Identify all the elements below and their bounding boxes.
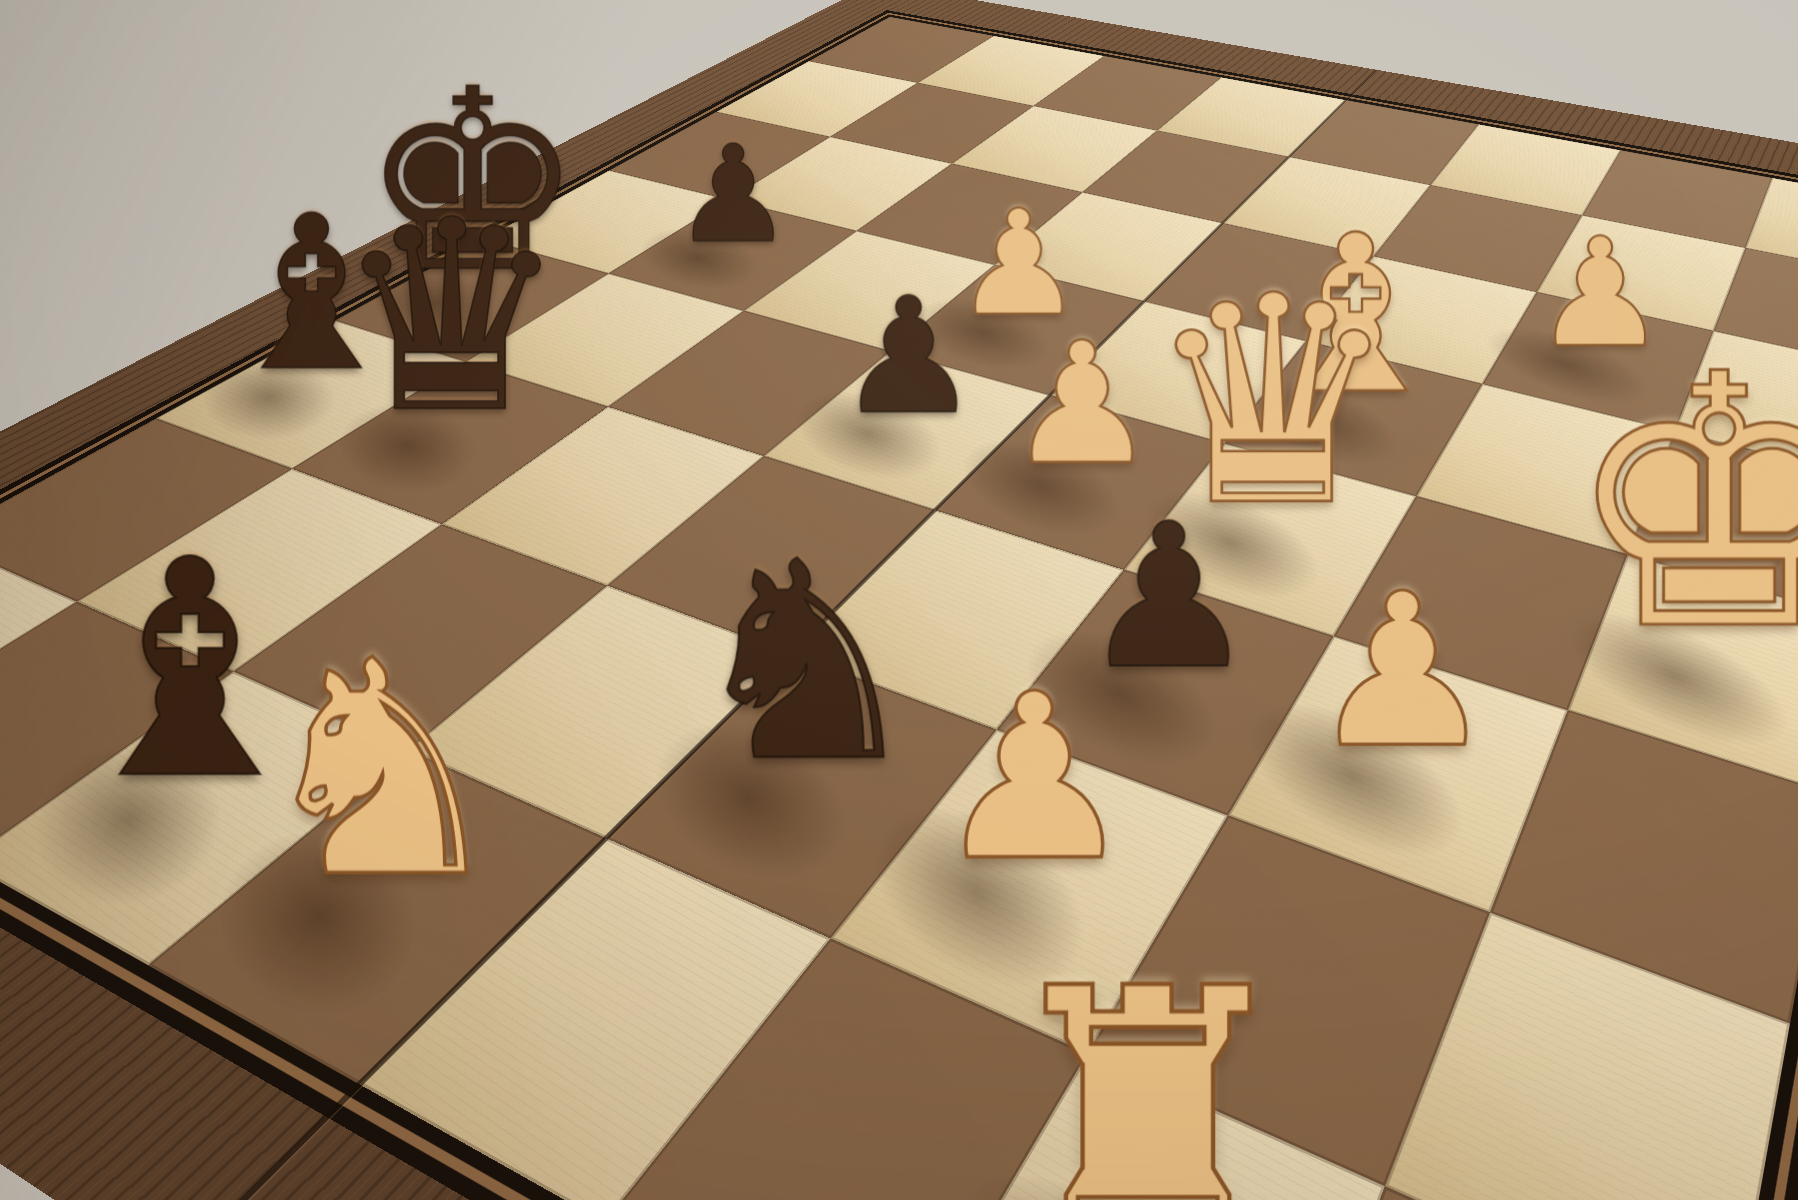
chess-photo-scene: ♟♟♟♝♚♟♟♛♚♝♛♟♟♞♟♝♞♜ [0, 0, 1798, 1200]
board-rim: ♟♟♟♝♚♟♟♛♚♝♛♟♟♞♟♝♞♜ [0, 0, 1798, 1200]
chess-board: ♟♟♟♝♚♟♟♛♚♝♛♟♟♞♟♝♞♜ [0, 17, 1798, 1200]
